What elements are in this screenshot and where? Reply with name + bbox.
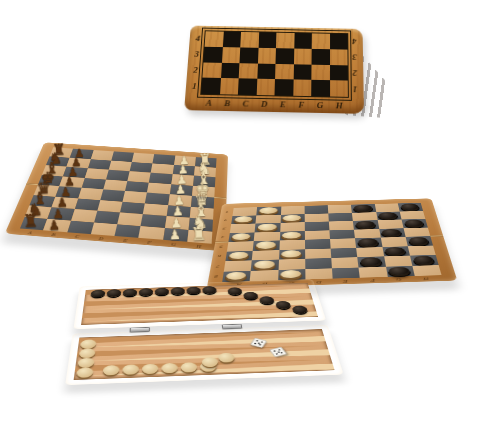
hinge-icon <box>222 324 243 329</box>
light-checker <box>142 364 158 374</box>
backgammon-near-tray <box>65 325 343 385</box>
light-checker <box>161 363 177 373</box>
rank-label: 2 <box>353 68 358 78</box>
chess-board: ABCDEFGH ♜♟♟♜♞♟♟♞♝♟♟♝♚♟♟♚♛♟♟♛♝♟♟♝♞♟♟♞♜♟♟… <box>5 142 228 251</box>
rank-label: 4 <box>195 33 200 42</box>
board-cell <box>312 49 330 65</box>
board-cell <box>258 32 276 48</box>
die-pip <box>275 353 278 355</box>
board-cell <box>221 47 240 63</box>
dark-checker <box>90 290 105 298</box>
rank-label: 3 <box>353 52 357 61</box>
board-cell <box>330 49 348 65</box>
dark-checker <box>107 289 122 297</box>
board-cell <box>257 48 275 64</box>
folded-board-grid <box>200 30 349 98</box>
board-cell <box>330 65 348 81</box>
tray-floor <box>81 283 318 325</box>
board-cell <box>275 63 293 79</box>
board-cell: ♟ <box>56 186 81 198</box>
light-checker <box>218 353 235 363</box>
board-cell <box>330 34 348 50</box>
board-cell <box>240 32 258 48</box>
tray-floor <box>74 329 335 380</box>
rank-label: 3 <box>222 227 226 231</box>
die-pip <box>281 352 284 354</box>
board-cell <box>141 214 166 227</box>
dark-checker <box>123 289 137 297</box>
board-cell <box>293 80 312 96</box>
die-icon <box>269 347 287 357</box>
dark-checker <box>385 247 406 255</box>
board-cell <box>293 64 311 80</box>
board-cell <box>202 62 221 78</box>
board-cell <box>330 80 348 96</box>
file-label: H <box>336 100 343 110</box>
light-checker <box>79 348 96 358</box>
board-cell <box>359 266 388 277</box>
board-cell <box>220 78 239 94</box>
light-checker <box>80 339 97 349</box>
backgammon-set <box>62 236 362 376</box>
file-label: H <box>422 276 429 281</box>
rank-label: 1 <box>192 82 197 92</box>
rank-labels-right: 4321 <box>349 33 361 98</box>
file-label: E <box>280 99 286 109</box>
board-cell <box>205 31 224 47</box>
dark-checker <box>139 288 153 296</box>
dark-checker <box>243 292 259 300</box>
backgammon-far-tray <box>73 279 326 329</box>
dark-checker <box>275 301 291 309</box>
dark-checker <box>413 256 434 264</box>
board-cell: ♟ <box>169 184 192 196</box>
board-cell <box>106 170 130 181</box>
board-cell <box>204 47 223 63</box>
dark-checker <box>155 288 169 296</box>
light-checker <box>234 216 253 223</box>
board-cell <box>294 48 312 64</box>
die-pip <box>273 350 276 352</box>
light-checker <box>103 365 120 376</box>
hinge-icon <box>130 327 150 332</box>
dark-checker <box>292 305 309 313</box>
die-pip <box>261 341 264 343</box>
dark-checker <box>186 287 201 295</box>
chess-grid: ♜♟♟♜♞♟♟♞♝♟♟♝♚♟♟♚♛♟♟♛♝♟♟♝♞♟♟♞♜♟♟♜ <box>20 147 217 243</box>
file-label: A <box>27 230 33 234</box>
file-label: G <box>395 277 402 282</box>
board-cell: ♟ <box>166 205 190 218</box>
die-pip <box>259 344 262 346</box>
file-label: G <box>317 100 324 110</box>
board-cell <box>311 80 329 96</box>
board-cell: ♟ <box>168 194 192 206</box>
product-photo: 4321 4321 ABCDEFGH ABCDEFGH ♜♟♟♜♞♟♟♞♝♟♟♝… <box>0 0 500 421</box>
rank-label: 2 <box>193 65 198 75</box>
light-checker <box>181 362 198 372</box>
checker-layer <box>81 283 318 325</box>
board-cell <box>222 32 241 48</box>
board-cell <box>256 79 275 95</box>
board-cell <box>275 48 293 64</box>
dark-checker <box>227 287 242 295</box>
die-icon <box>250 338 267 348</box>
board-cell <box>201 78 220 94</box>
dark-checker <box>356 221 375 228</box>
rank-label: 3 <box>194 49 199 58</box>
board-cell <box>145 193 169 205</box>
file-label: F <box>369 278 375 283</box>
rank-label: 1 <box>353 85 358 95</box>
board-cell <box>412 265 442 276</box>
chess-piece: ♟ <box>57 196 69 209</box>
dark-checker <box>404 220 424 227</box>
backgammon-board <box>65 279 343 385</box>
dark-checker <box>360 257 381 265</box>
board-cell <box>221 62 240 78</box>
rank-label: 2 <box>224 218 228 222</box>
chess-piece: ♟ <box>174 183 185 196</box>
dark-checker <box>400 204 419 210</box>
chess-piece: ♟ <box>173 194 185 207</box>
light-checker <box>258 224 277 231</box>
dark-checker <box>388 267 409 275</box>
board-cell <box>275 79 294 95</box>
board-cell <box>312 33 330 49</box>
file-label: B <box>51 232 57 237</box>
rank-label: 1 <box>225 210 229 213</box>
die-pip <box>254 343 257 345</box>
dark-checker <box>171 287 185 295</box>
light-checker <box>122 364 139 374</box>
light-checker <box>283 215 301 222</box>
light-checker <box>76 367 94 378</box>
board-cell <box>294 33 312 49</box>
rank-label: 4 <box>352 37 356 46</box>
checker-layer <box>74 329 335 380</box>
board-cell <box>238 79 257 95</box>
board-cell <box>276 33 294 49</box>
chess-piece: ♟ <box>171 205 183 218</box>
dark-checker <box>378 212 397 219</box>
board-cell <box>385 266 414 277</box>
board-cell <box>311 64 329 80</box>
board-cell: ♟ <box>171 174 194 185</box>
dark-checker <box>408 237 428 244</box>
dark-checker <box>382 229 402 236</box>
dark-checker <box>202 286 217 294</box>
dark-checker <box>354 205 372 211</box>
board-cell <box>239 63 258 79</box>
dark-checker <box>259 296 275 304</box>
light-checker <box>77 358 94 368</box>
board-cell <box>257 63 276 79</box>
board-cell <box>94 211 120 224</box>
file-label: F <box>298 99 304 109</box>
light-checker <box>259 207 277 213</box>
board-cell <box>239 47 258 63</box>
